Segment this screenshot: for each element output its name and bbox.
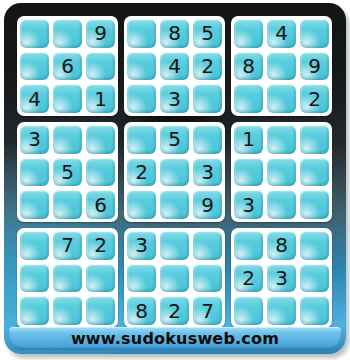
- cell-r5c3[interactable]: [86, 158, 115, 187]
- cell-r4c9[interactable]: [300, 125, 329, 154]
- cell-r6c9[interactable]: [300, 190, 329, 219]
- box-1: 9641: [17, 16, 118, 116]
- cell-r8c5[interactable]: [160, 264, 189, 293]
- cell-r7c9[interactable]: [300, 231, 329, 260]
- cell-r2c9[interactable]: 9: [300, 52, 329, 81]
- cell-r1c3[interactable]: 9: [86, 19, 115, 48]
- cell-r6c1[interactable]: [20, 190, 49, 219]
- box-8: 3827: [124, 228, 225, 328]
- cell-r8c8[interactable]: 3: [267, 264, 296, 293]
- cell-r7c1[interactable]: [20, 231, 49, 260]
- cell-r7c7[interactable]: [234, 231, 263, 260]
- cell-r3c7[interactable]: [234, 84, 263, 113]
- cell-r4c3[interactable]: [86, 125, 115, 154]
- cell-r3c6[interactable]: [193, 84, 222, 113]
- cell-r2c2[interactable]: 6: [53, 52, 82, 81]
- cell-r2c7[interactable]: 8: [234, 52, 263, 81]
- box-9: 823: [231, 228, 332, 328]
- cell-r8c3[interactable]: [86, 264, 115, 293]
- cell-r3c9[interactable]: 2: [300, 84, 329, 113]
- cell-r7c6[interactable]: [193, 231, 222, 260]
- cell-r1c5[interactable]: 8: [160, 19, 189, 48]
- cell-r8c2[interactable]: [53, 264, 82, 293]
- cell-r2c4[interactable]: [127, 52, 156, 81]
- cell-r7c5[interactable]: [160, 231, 189, 260]
- cell-r4c1[interactable]: 3: [20, 125, 49, 154]
- cell-r3c1[interactable]: 4: [20, 84, 49, 113]
- cell-r9c3[interactable]: [86, 296, 115, 325]
- cell-r2c3[interactable]: [86, 52, 115, 81]
- cell-r3c3[interactable]: 1: [86, 84, 115, 113]
- cell-r2c8[interactable]: [267, 52, 296, 81]
- cell-r1c2[interactable]: [53, 19, 82, 48]
- cell-r2c6[interactable]: 2: [193, 52, 222, 81]
- cell-r8c9[interactable]: [300, 264, 329, 293]
- cell-r1c9[interactable]: [300, 19, 329, 48]
- cell-r3c5[interactable]: 3: [160, 84, 189, 113]
- cell-r5c6[interactable]: 3: [193, 158, 222, 187]
- cell-r9c6[interactable]: 7: [193, 296, 222, 325]
- cell-r9c9[interactable]: [300, 296, 329, 325]
- cell-r1c6[interactable]: 5: [193, 19, 222, 48]
- cell-r7c3[interactable]: 2: [86, 231, 115, 260]
- cell-r9c8[interactable]: [267, 296, 296, 325]
- cell-r5c9[interactable]: [300, 158, 329, 187]
- cell-r6c2[interactable]: [53, 190, 82, 219]
- cell-r1c7[interactable]: [234, 19, 263, 48]
- cell-r6c8[interactable]: [267, 190, 296, 219]
- cell-r9c7[interactable]: [234, 296, 263, 325]
- cell-r1c4[interactable]: [127, 19, 156, 48]
- cell-r9c4[interactable]: 8: [127, 296, 156, 325]
- cell-r4c7[interactable]: 1: [234, 125, 263, 154]
- cell-r2c5[interactable]: 4: [160, 52, 189, 81]
- sudoku-grid: 9641854234892356523913723827823: [17, 16, 332, 328]
- box-4: 356: [17, 122, 118, 222]
- cell-r5c8[interactable]: [267, 158, 296, 187]
- cell-r9c5[interactable]: 2: [160, 296, 189, 325]
- box-5: 5239: [124, 122, 225, 222]
- box-6: 13: [231, 122, 332, 222]
- cell-r4c5[interactable]: 5: [160, 125, 189, 154]
- box-3: 4892: [231, 16, 332, 116]
- cell-r4c4[interactable]: [127, 125, 156, 154]
- cell-r6c6[interactable]: 9: [193, 190, 222, 219]
- cell-r5c1[interactable]: [20, 158, 49, 187]
- website-url[interactable]: www.sudokusweb.com: [71, 329, 279, 348]
- cell-r9c1[interactable]: [20, 296, 49, 325]
- cell-r6c7[interactable]: 3: [234, 190, 263, 219]
- cell-r8c7[interactable]: 2: [234, 264, 263, 293]
- cell-r7c8[interactable]: 8: [267, 231, 296, 260]
- footer-bar: www.sudokusweb.com: [9, 327, 341, 350]
- cell-r5c5[interactable]: [160, 158, 189, 187]
- cell-r3c8[interactable]: [267, 84, 296, 113]
- cell-r4c2[interactable]: [53, 125, 82, 154]
- cell-r7c4[interactable]: 3: [127, 231, 156, 260]
- cell-r5c7[interactable]: [234, 158, 263, 187]
- cell-r5c2[interactable]: 5: [53, 158, 82, 187]
- cell-r3c2[interactable]: [53, 84, 82, 113]
- cell-r8c6[interactable]: [193, 264, 222, 293]
- cell-r4c8[interactable]: [267, 125, 296, 154]
- cell-r9c2[interactable]: [53, 296, 82, 325]
- cell-r6c4[interactable]: [127, 190, 156, 219]
- page-background: 9641854234892356523913723827823 www.sudo…: [0, 3, 350, 354]
- cell-r8c4[interactable]: [127, 264, 156, 293]
- box-7: 72: [17, 228, 118, 328]
- cell-r6c5[interactable]: [160, 190, 189, 219]
- cell-r8c1[interactable]: [20, 264, 49, 293]
- cell-r2c1[interactable]: [20, 52, 49, 81]
- cell-r1c8[interactable]: 4: [267, 19, 296, 48]
- cell-r7c2[interactable]: 7: [53, 231, 82, 260]
- box-2: 85423: [124, 16, 225, 116]
- cell-r3c4[interactable]: [127, 84, 156, 113]
- cell-r5c4[interactable]: 2: [127, 158, 156, 187]
- sudoku-board: 9641854234892356523913723827823 www.sudo…: [4, 3, 346, 354]
- cell-r4c6[interactable]: [193, 125, 222, 154]
- cell-r1c1[interactable]: [20, 19, 49, 48]
- cell-r6c3[interactable]: 6: [86, 190, 115, 219]
